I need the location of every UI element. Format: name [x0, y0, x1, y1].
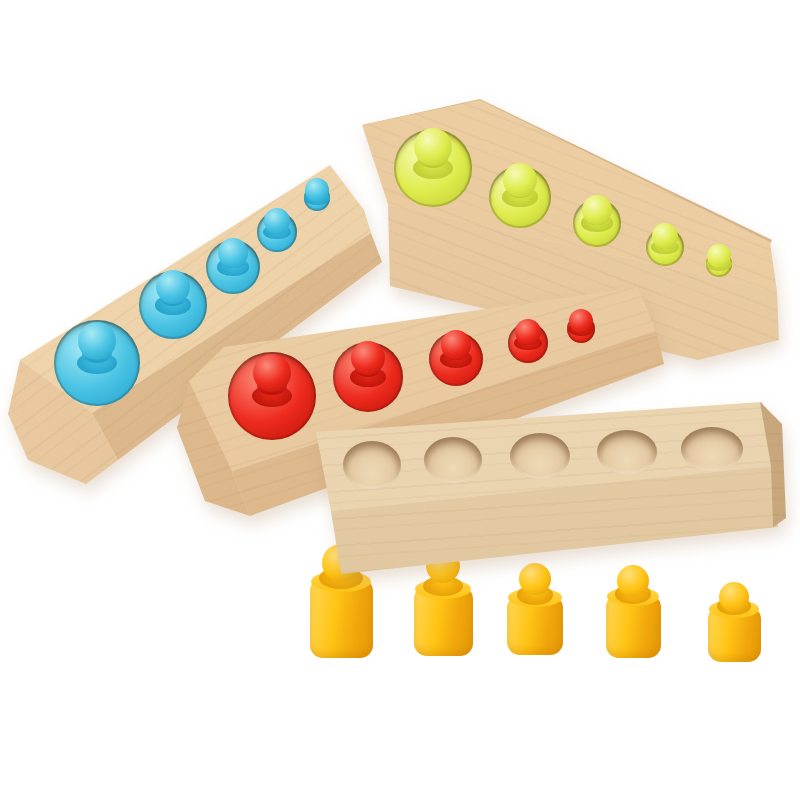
block-empty-face-front[interactable] — [0, 0, 800, 800]
wood-grain-texture — [0, 0, 800, 800]
block-empty-face-top[interactable] — [0, 0, 800, 800]
block-empty-face-cap[interactable] — [0, 0, 800, 800]
empty-socket-hole-1[interactable] — [343, 441, 401, 489]
block-empty[interactable] — [0, 0, 800, 800]
empty-socket-hole-2[interactable] — [424, 437, 482, 483]
empty-socket-hole-5[interactable] — [681, 427, 743, 471]
wood-grain-texture — [0, 0, 800, 800]
wood-grain-texture — [0, 0, 800, 800]
product-photo-stage — [0, 0, 800, 800]
empty-socket-hole-3[interactable] — [510, 433, 570, 479]
empty-socket-hole-4[interactable] — [597, 430, 657, 474]
